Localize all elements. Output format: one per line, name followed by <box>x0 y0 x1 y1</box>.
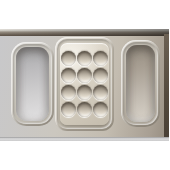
mancala-board <box>0 29 169 141</box>
right-store[interactable] <box>121 40 160 127</box>
board-photo <box>0 0 170 170</box>
pit-r4c1[interactable] <box>61 102 76 117</box>
pit-r1c3[interactable] <box>93 51 108 66</box>
pit-r4c2[interactable] <box>77 102 92 117</box>
pit-r2c1[interactable] <box>61 68 76 83</box>
left-store[interactable] <box>11 42 54 126</box>
board-face <box>0 36 164 137</box>
pit-r3c3[interactable] <box>93 85 108 100</box>
pit-grid <box>60 43 109 125</box>
center-pit-panel <box>55 37 114 131</box>
pit-r1c2[interactable] <box>77 51 92 66</box>
pit-r3c2[interactable] <box>77 85 92 100</box>
board-top-edge <box>0 29 169 36</box>
right-store-well <box>126 45 155 122</box>
board-right-edge <box>164 34 169 138</box>
board-bottom-edge <box>0 137 169 141</box>
pit-r2c2[interactable] <box>77 68 92 83</box>
pit-r2c3[interactable] <box>93 68 108 83</box>
pit-r3c1[interactable] <box>61 85 76 100</box>
pit-r1c1[interactable] <box>61 51 76 66</box>
pit-r4c3[interactable] <box>93 102 108 117</box>
left-store-well <box>16 47 49 121</box>
